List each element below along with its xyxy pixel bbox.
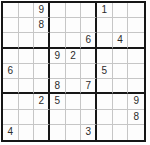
cell-r9c5-empty[interactable]	[66, 125, 82, 140]
cell-r1c9-empty[interactable]	[128, 3, 144, 18]
cell-r5c5-empty[interactable]	[66, 64, 82, 79]
cell-r5c2-empty[interactable]	[19, 64, 35, 79]
cell-r1c5-empty[interactable]	[66, 3, 82, 18]
cell-r9c1-given[interactable]: 4	[3, 125, 19, 140]
cell-r6c7-empty[interactable]	[97, 79, 113, 94]
cell-r4c2-empty[interactable]	[19, 49, 35, 64]
cell-r2c5-empty[interactable]	[66, 18, 82, 33]
cell-r1c7-given[interactable]: 1	[97, 3, 113, 18]
cell-r8c7-empty[interactable]	[97, 110, 113, 125]
cell-r7c9-given[interactable]: 9	[128, 94, 144, 109]
cell-r8c4-empty[interactable]	[50, 110, 66, 125]
cell-r3c7-empty[interactable]	[97, 33, 113, 48]
cell-r8c8-empty[interactable]	[113, 110, 129, 125]
cell-r1c4-empty[interactable]	[50, 3, 66, 18]
cell-r4c1-empty[interactable]	[3, 49, 19, 64]
cell-r4c4-given[interactable]: 9	[50, 49, 66, 64]
cell-r6c1-empty[interactable]	[3, 79, 19, 94]
cell-r2c7-empty[interactable]	[97, 18, 113, 33]
cell-r4c7-empty[interactable]	[97, 49, 113, 64]
cell-r3c6-given[interactable]: 6	[81, 33, 97, 48]
cell-r1c3-given[interactable]: 9	[34, 3, 50, 18]
cell-r5c1-given[interactable]: 6	[3, 64, 19, 79]
cell-r6c4-given[interactable]: 8	[50, 79, 66, 94]
cell-r6c3-empty[interactable]	[34, 79, 50, 94]
cell-r4c5-given[interactable]: 2	[66, 49, 82, 64]
cell-r3c1-empty[interactable]	[3, 33, 19, 48]
cell-r5c9-empty[interactable]	[128, 64, 144, 79]
sudoku-board: 91864926587259843	[1, 1, 146, 142]
cell-r8c5-empty[interactable]	[66, 110, 82, 125]
cell-r3c5-empty[interactable]	[66, 33, 82, 48]
cell-r7c7-empty[interactable]	[97, 94, 113, 109]
cell-r3c4-empty[interactable]	[50, 33, 66, 48]
cell-r3c9-empty[interactable]	[128, 33, 144, 48]
cell-r7c1-empty[interactable]	[3, 94, 19, 109]
cell-r1c6-empty[interactable]	[81, 3, 97, 18]
cell-r5c4-empty[interactable]	[50, 64, 66, 79]
cell-r8c6-empty[interactable]	[81, 110, 97, 125]
cell-r4c9-empty[interactable]	[128, 49, 144, 64]
cell-r7c3-given[interactable]: 2	[34, 94, 50, 109]
cell-r2c2-empty[interactable]	[19, 18, 35, 33]
cell-r7c4-given[interactable]: 5	[50, 94, 66, 109]
cell-r6c2-empty[interactable]	[19, 79, 35, 94]
cell-r9c3-empty[interactable]	[34, 125, 50, 140]
cell-r7c2-empty[interactable]	[19, 94, 35, 109]
cell-r8c1-empty[interactable]	[3, 110, 19, 125]
cell-r2c4-empty[interactable]	[50, 18, 66, 33]
cell-r3c2-empty[interactable]	[19, 33, 35, 48]
cell-r3c3-empty[interactable]	[34, 33, 50, 48]
cell-r4c6-empty[interactable]	[81, 49, 97, 64]
cell-r8c3-empty[interactable]	[34, 110, 50, 125]
cell-r2c6-empty[interactable]	[81, 18, 97, 33]
cell-r2c9-empty[interactable]	[128, 18, 144, 33]
cell-r9c8-empty[interactable]	[113, 125, 129, 140]
cell-r5c3-empty[interactable]	[34, 64, 50, 79]
cell-r1c8-empty[interactable]	[113, 3, 129, 18]
cell-r5c6-empty[interactable]	[81, 64, 97, 79]
cell-r7c5-empty[interactable]	[66, 94, 82, 109]
cell-r8c2-empty[interactable]	[19, 110, 35, 125]
cell-r6c5-empty[interactable]	[66, 79, 82, 94]
cell-r5c8-empty[interactable]	[113, 64, 129, 79]
cell-r8c9-given[interactable]: 8	[128, 110, 144, 125]
cell-r7c6-empty[interactable]	[81, 94, 97, 109]
cell-r2c1-empty[interactable]	[3, 18, 19, 33]
cell-r7c8-empty[interactable]	[113, 94, 129, 109]
cell-r2c3-given[interactable]: 8	[34, 18, 50, 33]
cell-r9c7-empty[interactable]	[97, 125, 113, 140]
cell-r2c8-empty[interactable]	[113, 18, 129, 33]
cell-r1c2-empty[interactable]	[19, 3, 35, 18]
cell-r1c1-empty[interactable]	[3, 3, 19, 18]
cell-r3c8-given[interactable]: 4	[113, 33, 129, 48]
cell-r9c9-empty[interactable]	[128, 125, 144, 140]
cell-r9c6-given[interactable]: 3	[81, 125, 97, 140]
cell-r9c4-empty[interactable]	[50, 125, 66, 140]
cell-r4c8-empty[interactable]	[113, 49, 129, 64]
cell-r9c2-empty[interactable]	[19, 125, 35, 140]
cell-r6c6-given[interactable]: 7	[81, 79, 97, 94]
cell-r6c9-empty[interactable]	[128, 79, 144, 94]
cell-r5c7-given[interactable]: 5	[97, 64, 113, 79]
cell-r6c8-empty[interactable]	[113, 79, 129, 94]
cell-r4c3-empty[interactable]	[34, 49, 50, 64]
